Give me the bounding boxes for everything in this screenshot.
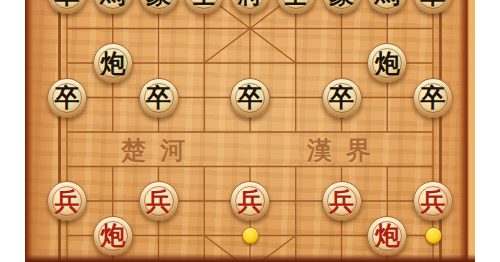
piece-glyph: 士 [283,0,308,7]
piece-glyph: 兵 [55,189,80,214]
piece-glyph: 卒 [421,85,446,110]
piece-black-soldier[interactable]: 卒 [139,78,179,118]
move-marker-dot[interactable] [242,227,259,244]
piece-glyph: 車 [421,0,446,7]
piece-glyph: 炮 [375,223,400,248]
piece-red-soldier[interactable]: 兵 [47,181,87,221]
piece-glyph: 炮 [100,223,125,248]
xiangqi-app-screenshot: 楚河 漢界 車馬象士將士象馬車炮炮卒卒卒卒卒兵兵兵兵兵炮炮 [0,0,500,262]
piece-glyph: 馬 [375,0,400,7]
piece-glyph: 兵 [238,189,263,214]
piece-red-soldier[interactable]: 兵 [413,181,453,221]
piece-red-cannon[interactable]: 炮 [93,216,133,256]
piece-glyph: 兵 [329,189,354,214]
piece-red-soldier[interactable]: 兵 [322,181,362,221]
piece-glyph: 卒 [329,85,354,110]
xiangqi-board[interactable]: 楚河 漢界 車馬象士將士象馬車炮炮卒卒卒卒卒兵兵兵兵兵炮炮 [25,0,475,262]
piece-black-soldier[interactable]: 卒 [47,78,87,118]
piece-black-soldier[interactable]: 卒 [413,78,453,118]
move-marker-dot[interactable] [425,227,442,244]
piece-glyph: 卒 [55,85,80,110]
piece-glyph: 卒 [146,85,171,110]
piece-glyph: 馬 [100,0,125,7]
piece-glyph: 兵 [146,189,171,214]
piece-glyph: 象 [329,0,354,7]
piece-black-cannon[interactable]: 炮 [93,43,133,83]
piece-red-soldier[interactable]: 兵 [230,181,270,221]
board-grid [25,0,475,262]
river-label-chu-he: 楚河 [121,136,199,166]
piece-glyph: 炮 [375,51,400,76]
piece-glyph: 卒 [238,85,263,110]
piece-glyph: 炮 [100,51,125,76]
piece-black-soldier[interactable]: 卒 [322,78,362,118]
piece-black-cannon[interactable]: 炮 [367,43,407,83]
piece-black-soldier[interactable]: 卒 [230,78,270,118]
river-label-han-jie: 漢界 [307,136,385,166]
piece-glyph: 兵 [421,189,446,214]
piece-red-soldier[interactable]: 兵 [139,181,179,221]
piece-glyph: 車 [55,0,80,7]
piece-glyph: 象 [146,0,171,7]
piece-glyph: 將 [238,0,263,7]
piece-glyph: 士 [192,0,217,7]
piece-red-cannon[interactable]: 炮 [367,216,407,256]
